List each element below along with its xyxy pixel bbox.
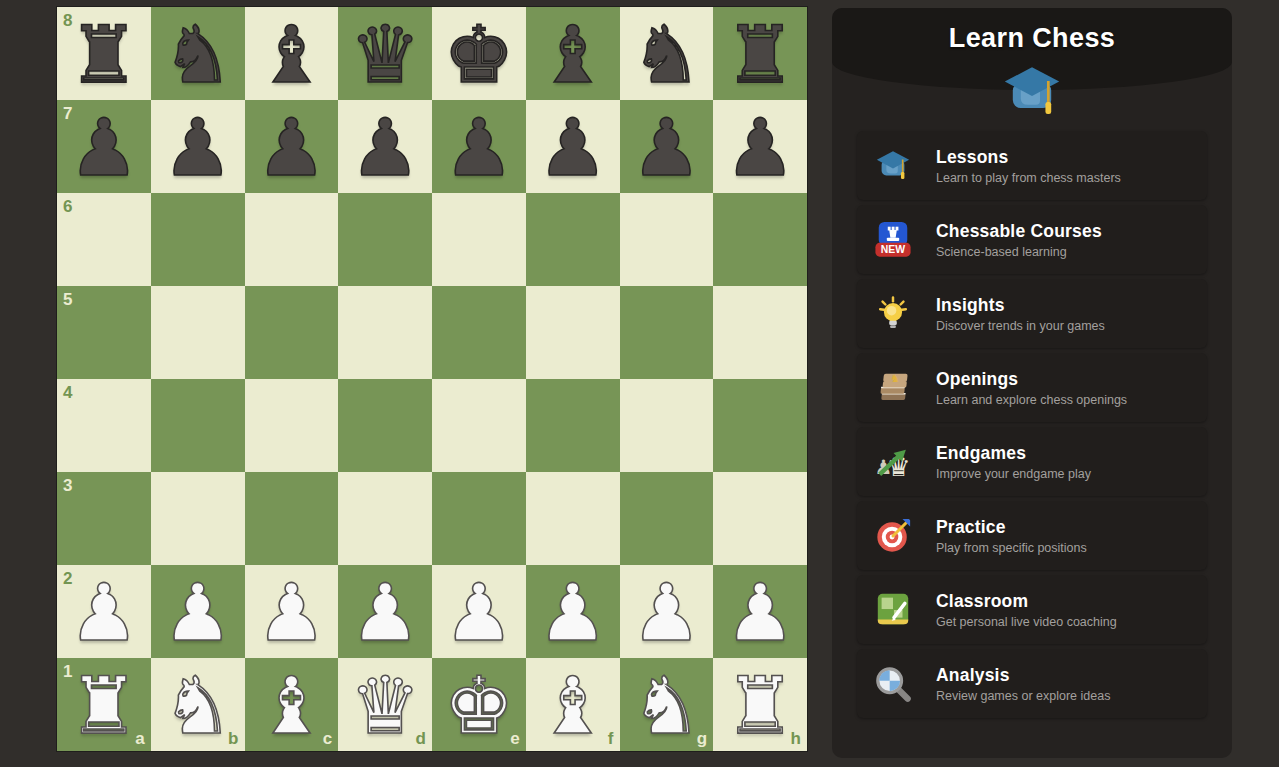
piece-black-rook[interactable]: ♜ (57, 7, 151, 100)
square-d5[interactable] (338, 286, 432, 379)
square-b7[interactable]: ♟ (151, 100, 245, 193)
piece-white-pawn[interactable]: ♟ (432, 565, 526, 658)
practice-target-icon (874, 517, 912, 555)
piece-black-rook[interactable]: ♜ (713, 7, 807, 100)
lightbulb-icon (874, 295, 912, 333)
square-g5[interactable] (620, 286, 714, 379)
menu-item-title: Classroom (936, 591, 1117, 612)
square-h4[interactable] (713, 379, 807, 472)
menu-item-analysis[interactable]: Analysis Review games or explore ideas (857, 649, 1207, 718)
piece-black-knight[interactable]: ♞ (151, 7, 245, 100)
piece-white-pawn[interactable]: ♟ (245, 565, 339, 658)
square-e6[interactable] (432, 193, 526, 286)
square-g3[interactable] (620, 472, 714, 565)
piece-white-queen[interactable]: ♛ (338, 658, 432, 751)
square-f1[interactable]: f♝ (526, 658, 620, 751)
piece-black-pawn[interactable]: ♟ (432, 100, 526, 193)
piece-white-bishop[interactable]: ♝ (245, 658, 339, 751)
square-c3[interactable] (245, 472, 339, 565)
menu-item-endgames[interactable]: ♟♛ Endgames Improve your endgame play (857, 427, 1207, 496)
square-f4[interactable] (526, 379, 620, 472)
square-h8[interactable]: ♜ (713, 7, 807, 100)
square-b2[interactable]: ♟ (151, 565, 245, 658)
piece-white-knight[interactable]: ♞ (620, 658, 714, 751)
menu-item-insights[interactable]: Insights Discover trends in your games (857, 279, 1207, 348)
square-e8[interactable]: ♚ (432, 7, 526, 100)
square-f2[interactable]: ♟ (526, 565, 620, 658)
piece-black-pawn[interactable]: ♟ (338, 100, 432, 193)
square-e1[interactable]: e♚ (432, 658, 526, 751)
menu-item-subtitle: Play from specific positions (936, 541, 1087, 555)
square-c2[interactable]: ♟ (245, 565, 339, 658)
panel-title: Learn Chess (832, 23, 1232, 54)
piece-black-bishop[interactable]: ♝ (245, 7, 339, 100)
piece-white-pawn[interactable]: ♟ (151, 565, 245, 658)
square-e4[interactable] (432, 379, 526, 472)
menu-item-title: Practice (936, 517, 1087, 538)
graduation-cap-icon (874, 147, 912, 185)
square-b6[interactable] (151, 193, 245, 286)
square-a3[interactable]: 3 (57, 472, 151, 565)
svg-text:♞: ♞ (890, 371, 899, 383)
square-c7[interactable]: ♟ (245, 100, 339, 193)
graduation-cap-icon (1000, 60, 1064, 124)
piece-white-bishop[interactable]: ♝ (526, 658, 620, 751)
square-c6[interactable] (245, 193, 339, 286)
menu-item-title: Lessons (936, 147, 1121, 168)
square-c5[interactable] (245, 286, 339, 379)
menu-item-practice[interactable]: Practice Play from specific positions (857, 501, 1207, 570)
piece-black-king[interactable]: ♚ (432, 7, 526, 100)
square-a7[interactable]: 7♟ (57, 100, 151, 193)
menu-item-subtitle: Learn to play from chess masters (936, 171, 1121, 185)
square-h7[interactable]: ♟ (713, 100, 807, 193)
piece-white-pawn[interactable]: ♟ (338, 565, 432, 658)
piece-black-knight[interactable]: ♞ (620, 7, 714, 100)
square-d2[interactable]: ♟ (338, 565, 432, 658)
square-a4[interactable]: 4 (57, 379, 151, 472)
learn-menu-list: Lessons Learn to play from chess masters… (857, 131, 1207, 718)
square-h2[interactable]: ♟ (713, 565, 807, 658)
piece-black-pawn[interactable]: ♟ (526, 100, 620, 193)
menu-item-title: Chessable Courses (936, 221, 1102, 242)
piece-white-pawn[interactable]: ♟ (620, 565, 714, 658)
chessable-new-icon: NEW (874, 221, 912, 259)
square-f8[interactable]: ♝ (526, 7, 620, 100)
square-g8[interactable]: ♞ (620, 7, 714, 100)
menu-item-title: Openings (936, 369, 1127, 390)
square-f5[interactable] (526, 286, 620, 379)
square-e5[interactable] (432, 286, 526, 379)
square-b8[interactable]: ♞ (151, 7, 245, 100)
piece-black-pawn[interactable]: ♟ (713, 100, 807, 193)
square-h5[interactable] (713, 286, 807, 379)
learn-chess-panel: Learn Chess Lessons Learn to play from c… (832, 8, 1232, 758)
piece-black-pawn[interactable]: ♟ (57, 100, 151, 193)
square-b5[interactable] (151, 286, 245, 379)
menu-item-subtitle: Science-based learning (936, 245, 1102, 259)
rank-label-3: 3 (63, 477, 72, 494)
square-f3[interactable] (526, 472, 620, 565)
openings-books-icon: ♞ (874, 369, 912, 407)
square-d6[interactable] (338, 193, 432, 286)
square-d8[interactable]: ♛ (338, 7, 432, 100)
piece-white-knight[interactable]: ♞ (151, 658, 245, 751)
piece-white-pawn[interactable]: ♟ (526, 565, 620, 658)
classroom-board-icon (874, 591, 912, 629)
rank-label-4: 4 (63, 384, 72, 401)
piece-white-rook[interactable]: ♜ (57, 658, 151, 751)
menu-item-subtitle: Review games or explore ideas (936, 689, 1110, 703)
square-b3[interactable] (151, 472, 245, 565)
square-g2[interactable]: ♟ (620, 565, 714, 658)
piece-black-pawn[interactable]: ♟ (620, 100, 714, 193)
square-f6[interactable] (526, 193, 620, 286)
square-h3[interactable] (713, 472, 807, 565)
menu-item-classroom[interactable]: Classroom Get personal live video coachi… (857, 575, 1207, 644)
square-f7[interactable]: ♟ (526, 100, 620, 193)
square-a2[interactable]: 2♟ (57, 565, 151, 658)
square-d4[interactable] (338, 379, 432, 472)
piece-white-pawn[interactable]: ♟ (713, 565, 807, 658)
square-d1[interactable]: d♛ (338, 658, 432, 751)
square-d3[interactable] (338, 472, 432, 565)
menu-item-subtitle: Get personal live video coaching (936, 615, 1117, 629)
piece-black-pawn[interactable]: ♟ (151, 100, 245, 193)
square-e7[interactable]: ♟ (432, 100, 526, 193)
square-h1[interactable]: h♜ (713, 658, 807, 751)
square-h6[interactable] (713, 193, 807, 286)
square-g4[interactable] (620, 379, 714, 472)
piece-white-pawn[interactable]: ♟ (57, 565, 151, 658)
square-g6[interactable] (620, 193, 714, 286)
square-c8[interactable]: ♝ (245, 7, 339, 100)
square-a5[interactable]: 5 (57, 286, 151, 379)
menu-item-openings[interactable]: ♞ Openings Learn and explore chess openi… (857, 353, 1207, 422)
square-a1[interactable]: 1a♜ (57, 658, 151, 751)
square-g7[interactable]: ♟ (620, 100, 714, 193)
piece-black-queen[interactable]: ♛ (338, 7, 432, 100)
square-e3[interactable] (432, 472, 526, 565)
piece-black-bishop[interactable]: ♝ (526, 7, 620, 100)
menu-item-chessable-courses[interactable]: NEW Chessable Courses Science-based lear… (857, 205, 1207, 274)
piece-white-rook[interactable]: ♜ (713, 658, 807, 751)
square-a6[interactable]: 6 (57, 193, 151, 286)
square-a8[interactable]: 8♜ (57, 7, 151, 100)
menu-item-title: Insights (936, 295, 1105, 316)
endgames-pieces-icon: ♟♛ (874, 443, 912, 481)
square-d7[interactable]: ♟ (338, 100, 432, 193)
menu-item-subtitle: Discover trends in your games (936, 319, 1105, 333)
svg-text:NEW: NEW (881, 244, 905, 255)
piece-black-pawn[interactable]: ♟ (245, 100, 339, 193)
rank-label-5: 5 (63, 291, 72, 308)
analysis-magnifier-icon (874, 665, 912, 703)
menu-item-title: Endgames (936, 443, 1091, 464)
square-c4[interactable] (245, 379, 339, 472)
square-e2[interactable]: ♟ (432, 565, 526, 658)
menu-item-subtitle: Learn and explore chess openings (936, 393, 1127, 407)
menu-item-lessons[interactable]: Lessons Learn to play from chess masters (857, 131, 1207, 200)
rank-label-6: 6 (63, 198, 72, 215)
menu-item-title: Analysis (936, 665, 1110, 686)
square-b1[interactable]: b♞ (151, 658, 245, 751)
square-c1[interactable]: c♝ (245, 658, 339, 751)
square-b4[interactable] (151, 379, 245, 472)
chess-board: 8♜♞♝♛♚♝♞♜7♟♟♟♟♟♟♟♟65432♟♟♟♟♟♟♟♟1a♜b♞c♝d♛… (57, 7, 807, 751)
piece-white-king[interactable]: ♚ (432, 658, 526, 751)
square-g1[interactable]: g♞ (620, 658, 714, 751)
menu-item-subtitle: Improve your endgame play (936, 467, 1091, 481)
